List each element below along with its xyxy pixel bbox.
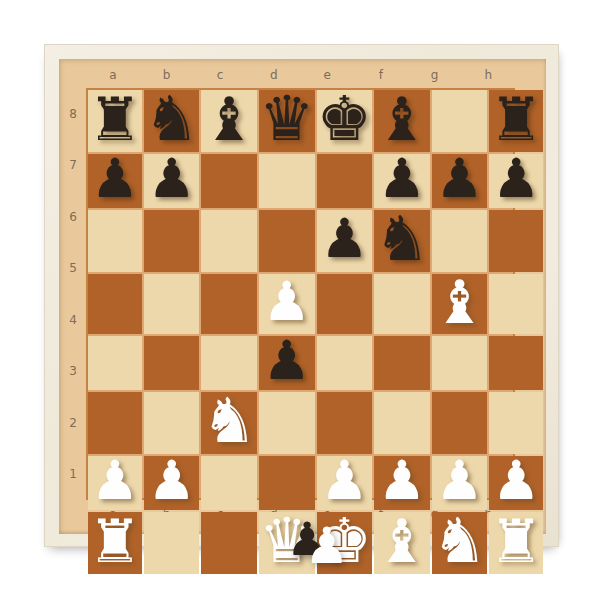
square-b5[interactable] — [144, 274, 200, 334]
square-f7[interactable]: ♟ — [374, 154, 430, 208]
chess-grid: ♜♞♝♛♚♝♜♟♟♟♟♟♟♞♟♝♟♞♟♟♟♟♟♟♜♛♚♝♞♜ — [86, 88, 515, 500]
square-b3[interactable] — [144, 392, 200, 454]
square-e8[interactable]: ♚ — [317, 90, 373, 152]
square-a8[interactable]: ♜ — [88, 90, 142, 152]
square-d2[interactable] — [259, 456, 315, 510]
square-a6[interactable] — [88, 210, 142, 272]
square-f1[interactable]: ♝ — [374, 512, 430, 574]
captured-white-pawn[interactable]: ♟ — [305, 521, 350, 571]
square-e7[interactable] — [317, 154, 373, 208]
square-c8[interactable]: ♝ — [201, 90, 257, 152]
rank-label: 2 — [61, 397, 85, 449]
white-bishop[interactable]: ♝ — [433, 272, 487, 332]
square-b4[interactable] — [144, 336, 200, 390]
demonstration-chess-board-photo: abcdefgh abcdefgh 87654321 87654321 ♜♞♝♛… — [0, 0, 600, 600]
black-rook[interactable]: ♜ — [489, 89, 543, 149]
square-g7[interactable]: ♟ — [432, 154, 488, 208]
board-margin: abcdefgh abcdefgh 87654321 87654321 ♜♞♝♛… — [59, 59, 546, 534]
white-pawn[interactable]: ♟ — [91, 454, 139, 508]
square-f3[interactable] — [374, 392, 430, 454]
square-h3[interactable] — [489, 392, 543, 454]
square-e4[interactable] — [317, 336, 373, 390]
black-pawn[interactable]: ♟ — [492, 152, 540, 206]
rank-label: 6 — [61, 191, 85, 243]
square-g5[interactable]: ♝ — [432, 274, 488, 334]
square-d5[interactable]: ♟ — [259, 274, 315, 334]
square-a5[interactable] — [88, 274, 142, 334]
square-b1[interactable] — [144, 512, 200, 574]
square-h2[interactable]: ♟ — [489, 456, 543, 510]
black-pawn[interactable]: ♟ — [435, 152, 483, 206]
square-g4[interactable] — [432, 336, 488, 390]
black-pawn[interactable]: ♟ — [91, 152, 139, 206]
square-e3[interactable] — [317, 392, 373, 454]
white-pawn[interactable]: ♟ — [435, 454, 483, 508]
square-f4[interactable] — [374, 336, 430, 390]
square-d8[interactable]: ♛ — [259, 90, 315, 152]
square-h1[interactable]: ♜ — [489, 512, 543, 574]
black-bishop[interactable]: ♝ — [375, 89, 429, 149]
square-d6[interactable] — [259, 210, 315, 272]
square-e5[interactable] — [317, 274, 373, 334]
square-f6[interactable]: ♞ — [374, 210, 430, 272]
file-label: a — [86, 66, 140, 84]
white-bishop[interactable]: ♝ — [375, 511, 429, 571]
black-queen[interactable]: ♛ — [259, 88, 315, 150]
white-rook[interactable]: ♜ — [88, 511, 142, 571]
file-label: c — [193, 66, 247, 84]
square-b8[interactable]: ♞ — [144, 90, 200, 152]
rank-label: 7 — [61, 140, 85, 192]
black-pawn[interactable]: ♟ — [263, 334, 311, 388]
file-label: h — [461, 66, 515, 84]
black-pawn[interactable]: ♟ — [147, 152, 195, 206]
square-e6[interactable]: ♟ — [317, 210, 373, 272]
square-a2[interactable]: ♟ — [88, 456, 142, 510]
square-h7[interactable]: ♟ — [489, 154, 543, 208]
square-h8[interactable]: ♜ — [489, 90, 543, 152]
square-c2[interactable] — [201, 456, 257, 510]
square-f2[interactable]: ♟ — [374, 456, 430, 510]
square-a4[interactable] — [88, 336, 142, 390]
square-c6[interactable] — [201, 210, 257, 272]
white-pawn[interactable]: ♟ — [263, 275, 311, 329]
rank-label: 3 — [61, 346, 85, 398]
white-rook[interactable]: ♜ — [489, 511, 543, 571]
square-a3[interactable] — [88, 392, 142, 454]
square-e2[interactable]: ♟ — [317, 456, 373, 510]
square-d7[interactable] — [259, 154, 315, 208]
square-g2[interactable]: ♟ — [432, 456, 488, 510]
white-pawn[interactable]: ♟ — [320, 454, 368, 508]
black-knight[interactable]: ♞ — [374, 208, 430, 270]
file-label: g — [408, 66, 462, 84]
square-b6[interactable] — [144, 210, 200, 272]
black-knight[interactable]: ♞ — [144, 88, 200, 150]
black-rook[interactable]: ♜ — [88, 89, 142, 149]
black-king[interactable]: ♚ — [317, 88, 373, 150]
square-h5[interactable] — [489, 274, 543, 334]
black-bishop[interactable]: ♝ — [202, 89, 256, 149]
rank-label: 5 — [61, 243, 85, 295]
board-frame: abcdefgh abcdefgh 87654321 87654321 ♜♞♝♛… — [44, 44, 559, 547]
white-pawn[interactable]: ♟ — [147, 454, 195, 508]
white-knight[interactable]: ♞ — [432, 510, 488, 572]
square-c4[interactable] — [201, 336, 257, 390]
square-g8[interactable] — [432, 90, 488, 152]
square-c3[interactable]: ♞ — [201, 392, 257, 454]
white-pawn[interactable]: ♟ — [378, 454, 426, 508]
square-c7[interactable] — [201, 154, 257, 208]
white-pawn[interactable]: ♟ — [492, 454, 540, 508]
square-f5[interactable] — [374, 274, 430, 334]
rank-labels-left: 87654321 — [61, 88, 85, 500]
square-g3[interactable] — [432, 392, 488, 454]
square-g6[interactable] — [432, 210, 488, 272]
square-b2[interactable]: ♟ — [144, 456, 200, 510]
square-g1[interactable]: ♞ — [432, 512, 488, 574]
square-d3[interactable] — [259, 392, 315, 454]
rank-label: 1 — [61, 449, 85, 501]
rank-label: 4 — [61, 294, 85, 346]
square-b7[interactable]: ♟ — [144, 154, 200, 208]
rank-label: 8 — [61, 88, 85, 140]
square-c1[interactable] — [201, 512, 257, 574]
black-pawn[interactable]: ♟ — [320, 212, 368, 266]
black-pawn[interactable]: ♟ — [378, 152, 426, 206]
square-d4[interactable]: ♟ — [259, 336, 315, 390]
square-a7[interactable]: ♟ — [88, 154, 142, 208]
square-h6[interactable] — [489, 210, 543, 272]
square-a1[interactable]: ♜ — [88, 512, 142, 574]
square-h4[interactable] — [489, 336, 543, 390]
square-c5[interactable] — [201, 274, 257, 334]
square-f8[interactable]: ♝ — [374, 90, 430, 152]
white-knight[interactable]: ♞ — [201, 390, 257, 452]
